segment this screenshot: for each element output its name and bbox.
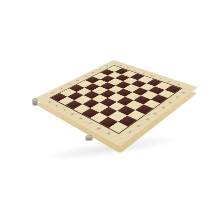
file-label: c (130, 68, 141, 72)
rank-label: 7 (171, 94, 182, 101)
square-e7: ♟ (131, 80, 146, 87)
chess-set-product-photo: abcdefgh abcdefgh 87654321 87654321 ♜♞♝♛… (0, 0, 220, 200)
closure-latch-front (86, 136, 92, 140)
white-rook-icon: ♜ (104, 95, 122, 130)
rank-label: 8 (102, 64, 112, 68)
square-e6 (124, 84, 140, 92)
black-pawn-icon: ♟ (129, 63, 141, 86)
file-label: a (116, 63, 126, 67)
board-face: abcdefgh abcdefgh 87654321 87654321 ♜♞♝♛… (34, 60, 198, 147)
black-pawn-icon: ♟ (113, 58, 124, 80)
square-b7: ♟ (107, 72, 122, 79)
square-b8: ♞ (115, 68, 129, 74)
square-h7: ♟ (158, 90, 175, 98)
square-d7: ♟ (123, 77, 138, 84)
black-pawn-icon: ♟ (121, 60, 133, 82)
square-a8: ♜ (107, 66, 121, 72)
file-label: b (123, 66, 133, 70)
square-d6 (115, 81, 130, 88)
black-queen-icon: ♛ (124, 42, 143, 79)
black-knight-icon: ♞ (111, 45, 126, 73)
square-a7: ♟ (100, 69, 114, 75)
square-b6 (100, 75, 115, 82)
square-d8: ♛ (130, 73, 145, 80)
black-pawn-icon: ♟ (156, 71, 169, 95)
rank-label: 7 (95, 67, 105, 72)
rank-label: 5 (157, 104, 169, 111)
black-pawn-icon: ♟ (98, 53, 109, 74)
black-pawn-icon: ♟ (106, 55, 117, 76)
square-c7: ♟ (115, 74, 130, 81)
square-c8: ♝ (122, 71, 137, 77)
black-bishop-icon: ♝ (117, 44, 133, 76)
chess-board: abcdefgh abcdefgh 87654321 87654321 ♜♞♝♛… (34, 60, 198, 147)
fold-hinge-left (33, 99, 37, 105)
black-rook-icon: ♜ (104, 45, 117, 70)
